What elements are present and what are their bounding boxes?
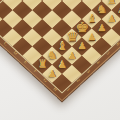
piece-white-pawn[interactable]: ♟ [68, 50, 77, 60]
board-grid: ♜♞♝♛♚♝♞♜♟♟♟♟♟♟♟♟ [0, 0, 120, 92]
piece-white-pawn[interactable]: ♟ [88, 32, 97, 42]
piece-white-pawn[interactable]: ♟ [98, 23, 107, 33]
rank-label: 2 [76, 78, 81, 83]
piece-white-pawn[interactable]: ♟ [117, 5, 120, 15]
chess-board: ♜♞♝♛♚♝♞♜♟♟♟♟♟♟♟♟ ABCDEFGH 87654321 [0, 0, 120, 103]
rank-label: 5 [106, 50, 111, 55]
rank-label: 4 [96, 59, 101, 64]
rank-label: 3 [86, 69, 91, 74]
rank-label: 1 [66, 87, 71, 92]
board-frame: ♜♞♝♛♚♝♞♜♟♟♟♟♟♟♟♟ ABCDEFGH 87654321 [0, 0, 120, 103]
piece-white-pawn[interactable]: ♟ [58, 59, 67, 69]
rank-label: 6 [116, 41, 120, 46]
piece-white-rook[interactable]: ♜ [107, 0, 117, 7]
piece-white-pawn[interactable]: ♟ [107, 14, 116, 24]
piece-white-pawn[interactable]: ♟ [78, 41, 87, 51]
photo-scene: ♜♞♝♛♚♝♞♜♟♟♟♟♟♟♟♟ ABCDEFGH 87654321 [0, 0, 120, 120]
piece-white-knight[interactable]: ♞ [97, 3, 108, 16]
